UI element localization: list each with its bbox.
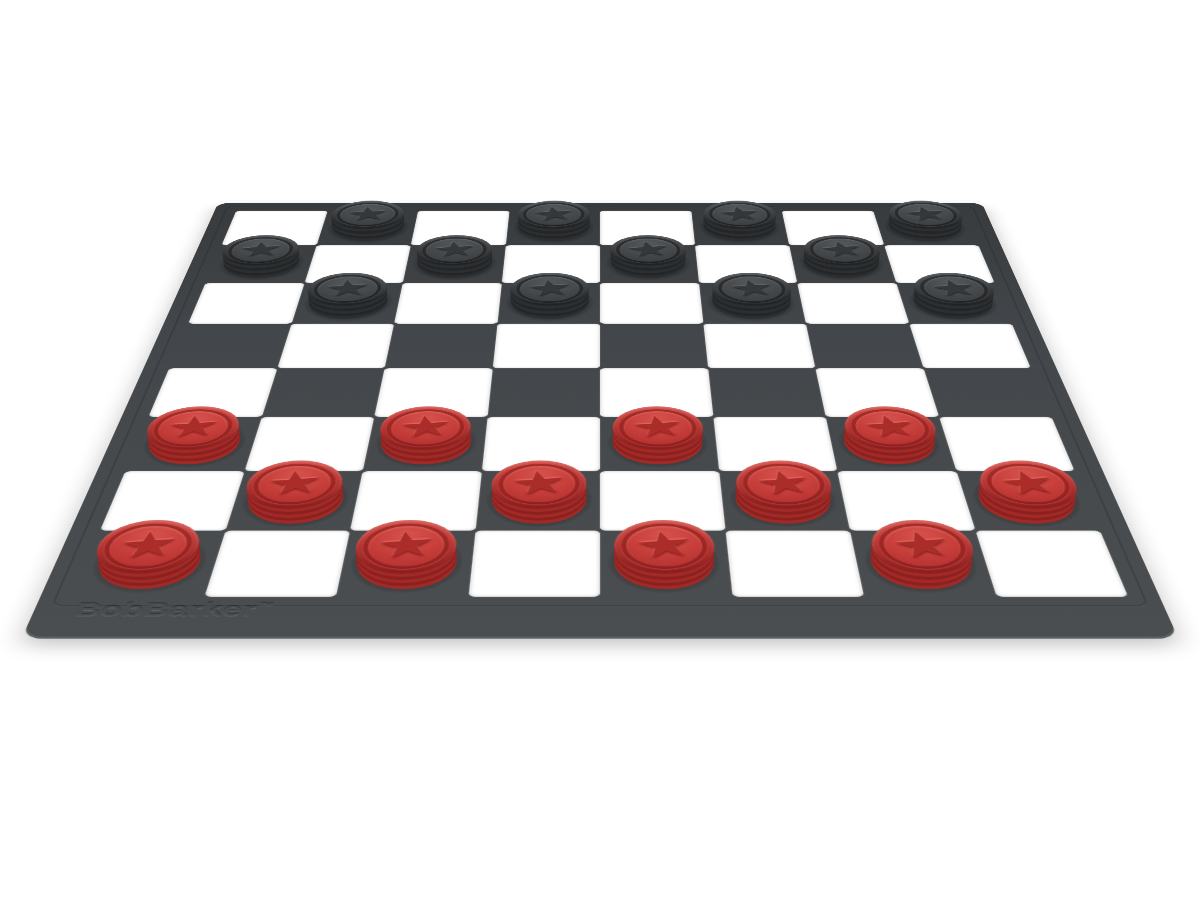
- trademark-symbol: ™: [257, 601, 276, 611]
- checker-red-r2c6[interactable]: ★: [733, 477, 835, 525]
- photo-scene: BobBarker™ ★★★★★★★★★★★★★★★★★★★★★★★★: [0, 0, 1200, 900]
- square-r5c7[interactable]: [806, 324, 923, 369]
- square-r5c4[interactable]: [492, 324, 600, 369]
- square-r6c5[interactable]: [600, 283, 703, 324]
- square-r6c7[interactable]: [797, 283, 909, 324]
- square-r6c1[interactable]: [188, 283, 304, 324]
- checker-black-r8c2[interactable]: ★: [328, 214, 407, 242]
- square-r1c8[interactable]: [975, 530, 1128, 596]
- checker-red-r2c4[interactable]: ★: [490, 477, 587, 525]
- star-icon: ★: [630, 525, 700, 564]
- star-icon: ★: [749, 465, 818, 500]
- star-icon: ★: [990, 465, 1065, 500]
- square-r5c5[interactable]: [600, 324, 708, 369]
- checker-black-r6c2[interactable]: ★: [304, 287, 391, 320]
- square-r5c1[interactable]: [169, 324, 291, 369]
- piece-face: ★: [516, 201, 590, 229]
- checker-red-r3c3[interactable]: ★: [377, 422, 474, 465]
- square-r4c6[interactable]: [708, 368, 826, 417]
- star-icon: ★: [623, 238, 675, 260]
- square-r4c4[interactable]: [487, 368, 600, 417]
- checker-red-r3c5[interactable]: ★: [613, 422, 705, 465]
- piece-face: ★: [611, 235, 688, 265]
- star-icon: ★: [714, 204, 766, 224]
- square-r5c3[interactable]: [385, 324, 497, 369]
- checker-red-r1c5[interactable]: ★: [614, 537, 716, 590]
- square-r5c2[interactable]: [277, 324, 394, 369]
- square-r5c6[interactable]: [703, 324, 815, 369]
- star-icon: ★: [345, 204, 390, 224]
- checker-red-r1c3[interactable]: ★: [352, 537, 460, 590]
- star-icon: ★: [116, 525, 181, 564]
- checker-black-r7c3[interactable]: ★: [415, 249, 495, 279]
- piece-face: ★: [509, 273, 589, 305]
- square-r4c2[interactable]: [261, 368, 384, 417]
- checkers-board: BobBarker™ ★★★★★★★★★★★★★★★★★★★★★★★★: [21, 203, 1178, 639]
- star-icon: ★: [431, 238, 480, 260]
- logo-text: BobBarker: [72, 599, 260, 620]
- brand-logo: BobBarker™: [72, 599, 276, 620]
- square-r1c6[interactable]: [725, 530, 864, 596]
- star-icon: ★: [375, 525, 438, 564]
- star-icon: ★: [397, 411, 454, 443]
- star-icon: ★: [508, 465, 571, 500]
- checker-black-r6c6[interactable]: ★: [710, 287, 793, 320]
- checker-black-r6c4[interactable]: ★: [509, 287, 589, 320]
- checker-black-r8c6[interactable]: ★: [702, 214, 778, 242]
- checker-black-r7c5[interactable]: ★: [611, 249, 687, 279]
- square-r1c2[interactable]: [204, 530, 350, 596]
- star-icon: ★: [884, 525, 961, 564]
- star-icon: ★: [723, 276, 780, 300]
- square-r1c4[interactable]: [468, 530, 600, 596]
- star-icon: ★: [165, 411, 222, 443]
- star-icon: ★: [324, 276, 372, 300]
- star-icon: ★: [266, 465, 324, 500]
- square-r6c3[interactable]: [394, 283, 501, 324]
- star-icon: ★: [523, 276, 576, 300]
- star-icon: ★: [238, 238, 284, 260]
- square-r4c8[interactable]: [923, 368, 1052, 417]
- checker-red-r3c7[interactable]: ★: [840, 422, 941, 465]
- star-icon: ★: [814, 238, 870, 260]
- checker-black-r7c7[interactable]: ★: [801, 249, 884, 279]
- square-r5c8[interactable]: [909, 324, 1031, 369]
- checker-red-r1c7[interactable]: ★: [865, 537, 979, 590]
- star-icon: ★: [627, 411, 690, 443]
- star-icon: ★: [923, 276, 984, 300]
- checker-black-r8c4[interactable]: ★: [516, 214, 589, 242]
- star-icon: ★: [856, 411, 924, 443]
- star-icon: ★: [530, 204, 578, 224]
- star-icon: ★: [898, 204, 953, 224]
